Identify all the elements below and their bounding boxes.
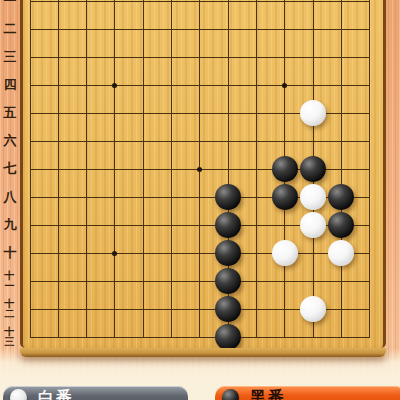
white-stone bbox=[300, 212, 326, 238]
white-stone bbox=[272, 240, 298, 266]
row-label: 九 bbox=[1, 217, 19, 233]
grid-line-horizontal bbox=[30, 337, 371, 338]
white-stone bbox=[328, 240, 354, 266]
row-label: 二 bbox=[1, 21, 19, 37]
app-screen: 一二三四五六七八九十十一十二十三 白番 黑番 bbox=[0, 0, 400, 400]
black-stone bbox=[300, 156, 326, 182]
white-stone bbox=[300, 100, 326, 126]
black-stone bbox=[272, 184, 298, 210]
board-layer: 一二三四五六七八九十十一十二十三 bbox=[0, 0, 400, 400]
star-point bbox=[282, 83, 287, 88]
grid-line-horizontal bbox=[30, 281, 371, 282]
row-label: 七 bbox=[1, 161, 19, 177]
grid-line-vertical bbox=[369, 0, 370, 338]
black-stone bbox=[215, 296, 241, 322]
row-label: 十三 bbox=[4, 327, 15, 347]
black-stone bbox=[215, 324, 241, 350]
black-stone bbox=[215, 240, 241, 266]
grid-line-horizontal bbox=[30, 253, 371, 254]
star-point bbox=[197, 167, 202, 172]
row-label: 十二 bbox=[4, 299, 15, 319]
white-stone-icon bbox=[10, 389, 27, 400]
white-stone bbox=[300, 184, 326, 210]
star-point bbox=[112, 83, 117, 88]
black-turn-label: 黑番 bbox=[250, 389, 286, 400]
row-label: 五 bbox=[1, 105, 19, 121]
black-stone-icon bbox=[222, 389, 239, 400]
row-label: 六 bbox=[1, 133, 19, 149]
row-label: 一 bbox=[1, 0, 19, 9]
black-stone bbox=[328, 184, 354, 210]
black-stone bbox=[215, 268, 241, 294]
black-stone bbox=[328, 212, 354, 238]
white-stone bbox=[300, 296, 326, 322]
grid-line-vertical bbox=[256, 0, 257, 338]
white-turn-label: 白番 bbox=[38, 389, 74, 400]
black-stone bbox=[215, 212, 241, 238]
row-label: 十 bbox=[1, 245, 19, 261]
row-label: 四 bbox=[1, 77, 19, 93]
grid-line-vertical bbox=[341, 0, 342, 338]
row-label: 十一 bbox=[4, 271, 15, 291]
star-point bbox=[112, 251, 117, 256]
white-turn-tab[interactable]: 白番 bbox=[3, 386, 188, 400]
black-stone bbox=[215, 184, 241, 210]
black-stone bbox=[272, 156, 298, 182]
black-turn-tab[interactable]: 黑番 bbox=[215, 386, 400, 400]
row-label: 八 bbox=[1, 189, 19, 205]
row-label: 三 bbox=[1, 49, 19, 65]
board-front-edge bbox=[20, 348, 386, 357]
